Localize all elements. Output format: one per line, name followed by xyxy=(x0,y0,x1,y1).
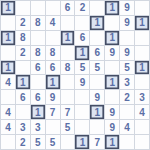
cell-r3-c9[interactable] xyxy=(120,31,135,46)
cell-r5-c1[interactable]: 1 xyxy=(1,61,16,76)
cell-r2-c9[interactable]: 9 xyxy=(120,16,135,31)
cell-r8-c3[interactable]: 1 xyxy=(31,105,46,120)
cell-r8-c9[interactable] xyxy=(120,105,135,120)
cell-r4-c8[interactable]: 9 xyxy=(105,46,120,61)
cell-r10-c1[interactable] xyxy=(1,135,16,150)
cell-r6-c2[interactable]: 1 xyxy=(16,75,31,90)
cell-r10-c8[interactable]: 1 xyxy=(105,135,120,150)
cell-r5-c4[interactable]: 6 xyxy=(46,61,61,76)
cell-r9-c8[interactable]: 9 xyxy=(105,120,120,135)
cell-r5-c5[interactable]: 8 xyxy=(61,61,76,76)
cell-r9-c1[interactable]: 4 xyxy=(1,120,16,135)
cell-r4-c2[interactable]: 2 xyxy=(16,46,31,61)
cell-r2-c4[interactable]: 4 xyxy=(46,16,61,31)
cell-r2-c8[interactable] xyxy=(105,16,120,31)
cell-r3-c6[interactable]: 6 xyxy=(75,31,90,46)
cell-r8-c2[interactable] xyxy=(16,105,31,120)
cell-r6-c9[interactable]: 3 xyxy=(120,75,135,90)
cell-r1-c3[interactable] xyxy=(31,1,46,16)
cell-r5-c10[interactable]: 1 xyxy=(135,61,150,76)
cell-r10-c7[interactable]: 7 xyxy=(90,135,105,150)
cell-r1-c5[interactable]: 6 xyxy=(61,1,76,16)
cell-r6-c5[interactable] xyxy=(61,75,76,90)
cell-r9-c6[interactable] xyxy=(75,120,90,135)
cell-r9-c2[interactable]: 3 xyxy=(16,120,31,135)
cell-r2-c3[interactable]: 8 xyxy=(31,16,46,31)
cell-r7-c8[interactable] xyxy=(105,90,120,105)
cell-r9-c4[interactable] xyxy=(46,120,61,135)
cell-r6-c10[interactable] xyxy=(135,75,150,90)
cell-r6-c7[interactable] xyxy=(90,75,105,90)
cell-r2-c10[interactable]: 1 xyxy=(135,16,150,31)
cell-r5-c3[interactable]: 6 xyxy=(31,61,46,76)
cell-r4-c6[interactable]: 1 xyxy=(75,46,90,61)
cell-r5-c7[interactable]: 5 xyxy=(90,61,105,76)
cell-r4-c3[interactable]: 8 xyxy=(31,46,46,61)
cell-r7-c2[interactable]: 6 xyxy=(16,90,31,105)
cell-r9-c9[interactable]: 4 xyxy=(120,120,135,135)
cell-r3-c4[interactable] xyxy=(46,31,61,46)
cell-r10-c10[interactable] xyxy=(135,135,150,150)
cell-r8-c7[interactable]: 1 xyxy=(90,105,105,120)
cell-r1-c10[interactable] xyxy=(135,1,150,16)
cell-r3-c3[interactable] xyxy=(31,31,46,46)
cell-r6-c1[interactable]: 4 xyxy=(1,75,16,90)
cell-r7-c3[interactable]: 6 xyxy=(31,90,46,105)
cell-r2-c2[interactable]: 2 xyxy=(16,16,31,31)
cell-r4-c1[interactable] xyxy=(1,46,16,61)
cell-r3-c8[interactable]: 1 xyxy=(105,31,120,46)
cell-r7-c7[interactable]: 9 xyxy=(90,90,105,105)
cell-r7-c6[interactable] xyxy=(75,90,90,105)
cell-r8-c8[interactable]: 9 xyxy=(105,105,120,120)
cell-r1-c1[interactable]: 1 xyxy=(1,1,16,16)
cell-r3-c1[interactable]: 1 xyxy=(1,31,16,46)
cell-r1-c7[interactable] xyxy=(90,1,105,16)
cell-r9-c10[interactable] xyxy=(135,120,150,135)
cell-r1-c6[interactable]: 2 xyxy=(75,1,90,16)
cell-r3-c2[interactable]: 8 xyxy=(16,31,31,46)
cell-r7-c9[interactable]: 2 xyxy=(120,90,135,105)
cell-r2-c1[interactable] xyxy=(1,16,16,31)
cell-r8-c5[interactable]: 7 xyxy=(61,105,76,120)
cell-r10-c5[interactable] xyxy=(61,135,76,150)
cell-r4-c4[interactable]: 8 xyxy=(46,46,61,61)
cell-r4-c5[interactable] xyxy=(61,46,76,61)
cell-r3-c10[interactable] xyxy=(135,31,150,46)
cell-r5-c6[interactable]: 5 xyxy=(75,61,90,76)
cell-r5-c8[interactable] xyxy=(105,61,120,76)
cell-r9-c7[interactable] xyxy=(90,120,105,135)
cell-r10-c9[interactable] xyxy=(120,135,135,150)
cell-r5-c9[interactable]: 5 xyxy=(120,61,135,76)
cell-r2-c6[interactable] xyxy=(75,16,90,31)
cell-r1-c4[interactable] xyxy=(46,1,61,16)
cell-r7-c10[interactable]: 3 xyxy=(135,90,150,105)
cell-r3-c7[interactable] xyxy=(90,31,105,46)
cell-r9-c5[interactable]: 5 xyxy=(61,120,76,135)
cell-r7-c1[interactable] xyxy=(1,90,16,105)
cell-r5-c2[interactable] xyxy=(16,61,31,76)
cell-r7-c4[interactable]: 9 xyxy=(46,90,61,105)
cell-r10-c6[interactable]: 1 xyxy=(75,135,90,150)
cell-r2-c7[interactable]: 1 xyxy=(90,16,105,31)
cell-r9-c3[interactable]: 3 xyxy=(31,120,46,135)
cell-r1-c2[interactable] xyxy=(16,1,31,16)
cell-r4-c10[interactable] xyxy=(135,46,150,61)
cell-r8-c4[interactable]: 7 xyxy=(46,105,61,120)
puzzle-board: 1621928419118161288169916685551411913669… xyxy=(0,0,150,150)
cell-r4-c7[interactable]: 6 xyxy=(90,46,105,61)
cell-r1-c9[interactable]: 9 xyxy=(120,1,135,16)
cell-r8-c10[interactable]: 4 xyxy=(135,105,150,120)
cell-r2-c5[interactable] xyxy=(61,16,76,31)
cell-r6-c6[interactable]: 9 xyxy=(75,75,90,90)
cell-r10-c2[interactable]: 2 xyxy=(16,135,31,150)
cell-r8-c1[interactable]: 4 xyxy=(1,105,16,120)
cell-r8-c6[interactable] xyxy=(75,105,90,120)
cell-r4-c9[interactable]: 9 xyxy=(120,46,135,61)
cell-r6-c8[interactable]: 1 xyxy=(105,75,120,90)
cell-r6-c4[interactable]: 1 xyxy=(46,75,61,90)
cell-r7-c5[interactable] xyxy=(61,90,76,105)
cell-r10-c3[interactable]: 5 xyxy=(31,135,46,150)
cell-r6-c3[interactable] xyxy=(31,75,46,90)
cell-r3-c5[interactable]: 1 xyxy=(61,31,76,46)
cell-r10-c4[interactable]: 5 xyxy=(46,135,61,150)
cell-r1-c8[interactable]: 1 xyxy=(105,1,120,16)
